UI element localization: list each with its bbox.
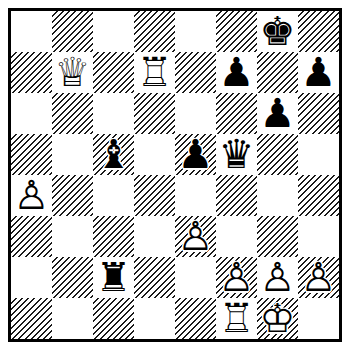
square-f4[interactable] (216, 175, 257, 216)
square-b8[interactable] (52, 11, 93, 52)
square-e3[interactable]: ♟♙ (175, 216, 216, 257)
square-c4[interactable] (93, 175, 134, 216)
black-pawn[interactable]: ♟ (257, 93, 298, 134)
square-f7[interactable]: ♟ (216, 52, 257, 93)
piece-outline-layer: ♕ (52, 52, 93, 92)
square-h1[interactable] (298, 298, 339, 339)
white-pawn[interactable]: ♟♙ (11, 175, 52, 216)
chess-diagram: ♚♛♕♜♖♟♟♟♝♟♛♟♙♟♙♜♟♙♟♙♟♙♜♖♚♔ (0, 0, 350, 350)
square-g6[interactable]: ♟ (257, 93, 298, 134)
square-a8[interactable] (11, 11, 52, 52)
white-pawn[interactable]: ♟♙ (257, 257, 298, 298)
square-d7[interactable]: ♜♖ (134, 52, 175, 93)
square-b7[interactable]: ♛♕ (52, 52, 93, 93)
square-c5[interactable]: ♝ (93, 134, 134, 175)
square-b2[interactable] (52, 257, 93, 298)
piece-outline-layer: ♙ (257, 257, 298, 297)
square-f8[interactable] (216, 11, 257, 52)
white-king[interactable]: ♚♔ (257, 298, 298, 339)
square-h5[interactable] (298, 134, 339, 175)
white-pawn[interactable]: ♟♙ (175, 216, 216, 257)
white-pawn[interactable]: ♟♙ (298, 257, 339, 298)
square-f2[interactable]: ♟♙ (216, 257, 257, 298)
square-a5[interactable] (11, 134, 52, 175)
square-c6[interactable] (93, 93, 134, 134)
black-queen[interactable]: ♛ (216, 134, 257, 175)
piece-outline-layer: ♙ (175, 216, 216, 256)
square-h2[interactable]: ♟♙ (298, 257, 339, 298)
piece-glyph: ♜ (93, 257, 134, 297)
square-a1[interactable] (11, 298, 52, 339)
square-d1[interactable] (134, 298, 175, 339)
square-c1[interactable] (93, 298, 134, 339)
square-g3[interactable] (257, 216, 298, 257)
square-h6[interactable] (298, 93, 339, 134)
square-f5[interactable]: ♛ (216, 134, 257, 175)
piece-outline-layer: ♖ (134, 52, 175, 92)
square-e7[interactable] (175, 52, 216, 93)
white-queen[interactable]: ♛♕ (52, 52, 93, 93)
square-e5[interactable]: ♟ (175, 134, 216, 175)
black-king[interactable]: ♚ (257, 11, 298, 52)
black-pawn[interactable]: ♟ (298, 52, 339, 93)
piece-outline-layer: ♖ (216, 298, 257, 338)
piece-glyph: ♟ (175, 134, 216, 174)
piece-outline-layer: ♙ (11, 175, 52, 215)
piece-glyph: ♟ (298, 52, 339, 92)
square-d8[interactable] (134, 11, 175, 52)
square-e6[interactable] (175, 93, 216, 134)
square-g1[interactable]: ♚♔ (257, 298, 298, 339)
square-e2[interactable] (175, 257, 216, 298)
piece-glyph: ♛ (216, 134, 257, 174)
piece-glyph: ♟ (257, 93, 298, 133)
white-pawn[interactable]: ♟♙ (216, 257, 257, 298)
piece-outline-layer: ♙ (216, 257, 257, 297)
square-a6[interactable] (11, 93, 52, 134)
piece-glyph: ♚ (257, 11, 298, 51)
piece-glyph: ♟ (216, 52, 257, 92)
square-a2[interactable] (11, 257, 52, 298)
square-b5[interactable] (52, 134, 93, 175)
black-pawn[interactable]: ♟ (216, 52, 257, 93)
square-c3[interactable] (93, 216, 134, 257)
square-b1[interactable] (52, 298, 93, 339)
square-h3[interactable] (298, 216, 339, 257)
square-d5[interactable] (134, 134, 175, 175)
chess-board: ♚♛♕♜♖♟♟♟♝♟♛♟♙♟♙♜♟♙♟♙♟♙♜♖♚♔ (8, 8, 342, 342)
square-b6[interactable] (52, 93, 93, 134)
black-rook[interactable]: ♜ (93, 257, 134, 298)
black-bishop[interactable]: ♝ (93, 134, 134, 175)
square-b4[interactable] (52, 175, 93, 216)
square-d6[interactable] (134, 93, 175, 134)
square-c2[interactable]: ♜ (93, 257, 134, 298)
square-d2[interactable] (134, 257, 175, 298)
square-b3[interactable] (52, 216, 93, 257)
square-g5[interactable] (257, 134, 298, 175)
square-e8[interactable] (175, 11, 216, 52)
square-d3[interactable] (134, 216, 175, 257)
piece-outline-layer: ♔ (257, 298, 298, 338)
piece-outline-layer: ♙ (298, 257, 339, 297)
square-a4[interactable]: ♟♙ (11, 175, 52, 216)
square-f3[interactable] (216, 216, 257, 257)
square-g8[interactable]: ♚ (257, 11, 298, 52)
white-rook[interactable]: ♜♖ (216, 298, 257, 339)
square-h8[interactable] (298, 11, 339, 52)
square-g7[interactable] (257, 52, 298, 93)
square-g2[interactable]: ♟♙ (257, 257, 298, 298)
white-rook[interactable]: ♜♖ (134, 52, 175, 93)
black-pawn[interactable]: ♟ (175, 134, 216, 175)
square-d4[interactable] (134, 175, 175, 216)
square-h7[interactable]: ♟ (298, 52, 339, 93)
square-a3[interactable] (11, 216, 52, 257)
square-h4[interactable] (298, 175, 339, 216)
square-e4[interactable] (175, 175, 216, 216)
square-f6[interactable] (216, 93, 257, 134)
square-g4[interactable] (257, 175, 298, 216)
square-f1[interactable]: ♜♖ (216, 298, 257, 339)
square-c8[interactable] (93, 11, 134, 52)
square-c7[interactable] (93, 52, 134, 93)
piece-glyph: ♝ (93, 134, 134, 174)
square-e1[interactable] (175, 298, 216, 339)
square-a7[interactable] (11, 52, 52, 93)
